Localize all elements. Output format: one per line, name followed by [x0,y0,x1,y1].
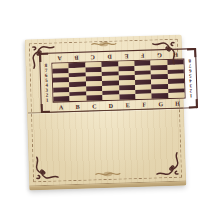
file-label: E [118,53,135,60]
square-e1[interactable] [119,94,136,99]
file-label: A [53,104,70,111]
file-label: F [134,52,151,59]
square-f1[interactable] [135,94,152,99]
chess-grid [51,58,185,102]
file-label: G [152,100,169,107]
file-label: H [169,100,186,107]
square-a1[interactable] [53,96,70,101]
file-label: E [119,102,136,109]
rank-label: 1 [42,98,53,103]
square-b1[interactable] [70,96,87,101]
file-label: C [86,103,103,110]
scroll-emblem-icon [89,40,117,49]
chessboard: ABCDEFGH 87654321 87654321 ABCDEFGH [25,35,187,191]
photo-background: ABCDEFGH 87654321 87654321 ABCDEFGH [0,0,210,210]
corner-flourish-icon [152,40,178,66]
square-c1[interactable] [86,95,103,100]
frame-corner-bracket [41,104,50,113]
frame-corner-bracket [187,48,196,57]
square-g1[interactable] [152,93,169,98]
corner-flourish-icon [30,44,56,70]
file-label: D [101,53,118,60]
scroll-emblem-icon [93,170,121,179]
rank-label: 1 [185,93,196,98]
file-label: F [136,101,153,108]
file-label: D [103,102,120,109]
frame-corner-bracket [189,99,198,108]
rank-labels-right: 87654321 [184,58,196,98]
corner-flourish-icon [155,152,181,178]
square-d1[interactable] [103,95,120,100]
file-label: C [84,54,101,61]
file-label: B [68,54,85,61]
square-h1[interactable] [168,93,185,98]
corner-flourish-icon [33,156,59,182]
file-label: B [69,103,86,110]
board-edge [29,180,186,190]
